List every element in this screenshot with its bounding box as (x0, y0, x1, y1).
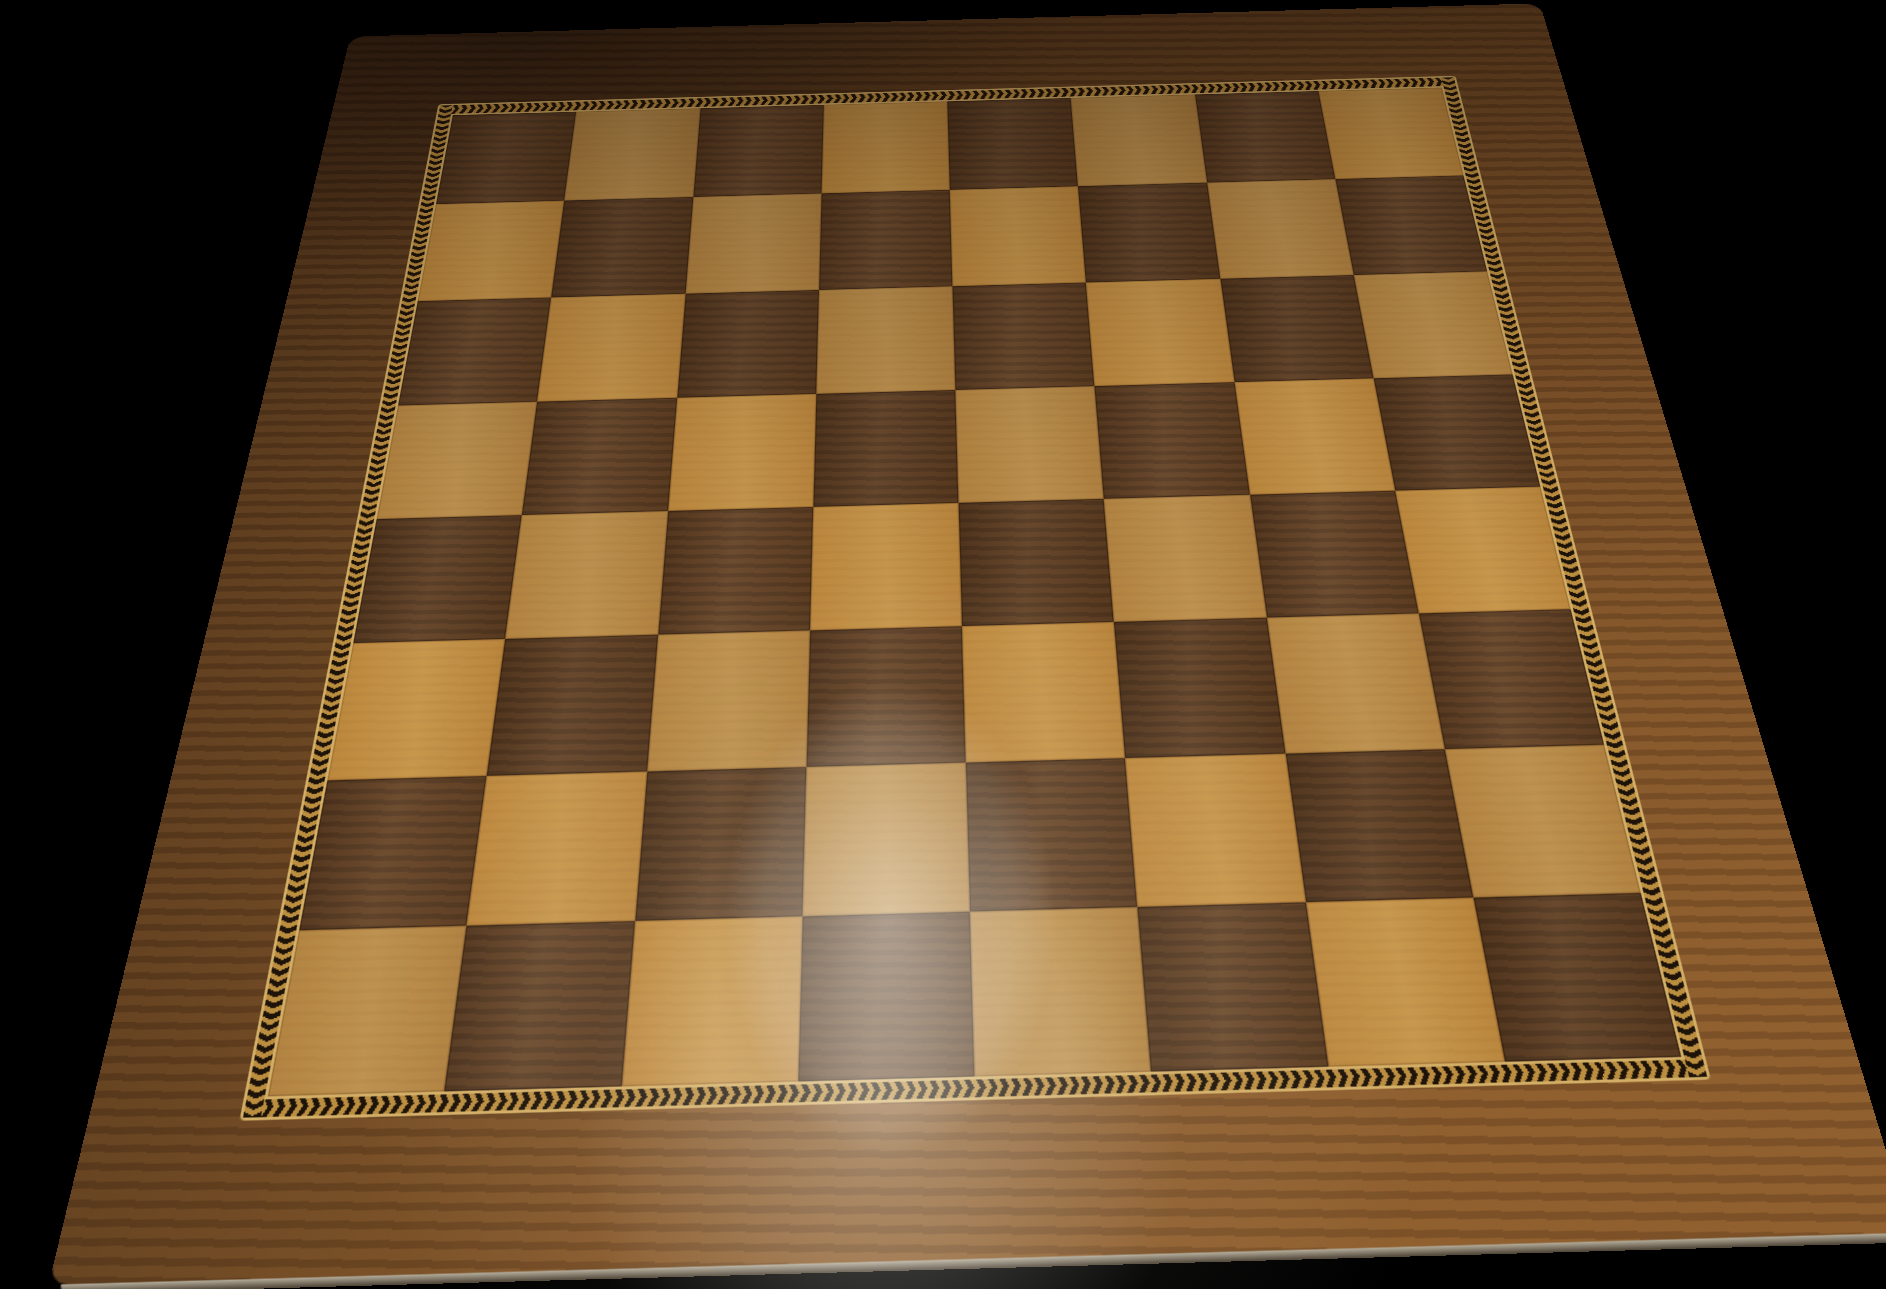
square-c4[interactable] (658, 507, 813, 635)
square-f2[interactable] (1125, 753, 1305, 907)
square-c2[interactable] (635, 766, 807, 920)
square-f1[interactable] (1138, 902, 1328, 1072)
square-e3[interactable] (962, 622, 1125, 762)
square-g4[interactable] (1249, 491, 1418, 618)
square-a6[interactable] (398, 297, 551, 405)
square-f4[interactable] (1104, 495, 1266, 622)
square-d2[interactable] (802, 762, 970, 916)
square-g8[interactable] (1195, 91, 1336, 183)
square-h8[interactable] (1318, 88, 1463, 180)
square-g2[interactable] (1285, 749, 1473, 902)
square-a8[interactable] (436, 112, 576, 205)
square-d6[interactable] (816, 286, 955, 394)
square-b7[interactable] (551, 197, 692, 297)
square-b2[interactable] (467, 771, 647, 925)
square-h7[interactable] (1335, 176, 1487, 275)
square-c5[interactable] (668, 394, 816, 511)
square-f7[interactable] (1078, 183, 1220, 282)
square-d7[interactable] (819, 190, 953, 290)
square-h4[interactable] (1395, 487, 1571, 614)
square-e2[interactable] (966, 757, 1138, 911)
square-h6[interactable] (1353, 271, 1512, 378)
square-b1[interactable] (444, 921, 634, 1092)
square-a3[interactable] (327, 639, 505, 780)
square-d4[interactable] (810, 503, 962, 631)
square-c6[interactable] (677, 290, 819, 398)
square-b4[interactable] (505, 511, 667, 639)
photo-background (0, 0, 1886, 1289)
square-c8[interactable] (693, 105, 824, 197)
square-f8[interactable] (1071, 94, 1207, 186)
square-d5[interactable] (813, 390, 958, 507)
square-e6[interactable] (952, 282, 1094, 390)
square-a4[interactable] (353, 515, 522, 643)
chessboard (49, 3, 1886, 1284)
square-e1[interactable] (970, 907, 1151, 1077)
square-g7[interactable] (1207, 179, 1354, 278)
square-e5[interactable] (955, 386, 1104, 503)
square-c7[interactable] (685, 194, 821, 294)
squares-grid (268, 88, 1682, 1097)
square-b8[interactable] (564, 108, 700, 200)
square-g1[interactable] (1305, 897, 1504, 1067)
square-a7[interactable] (418, 201, 565, 301)
square-b5[interactable] (522, 398, 677, 516)
square-f5[interactable] (1095, 382, 1250, 499)
square-c1[interactable] (621, 916, 802, 1087)
square-b6[interactable] (537, 293, 685, 401)
square-f3[interactable] (1114, 618, 1285, 758)
square-d1[interactable] (798, 911, 975, 1081)
square-f6[interactable] (1086, 278, 1234, 386)
square-e4[interactable] (958, 499, 1114, 627)
square-c3[interactable] (647, 631, 810, 771)
square-h5[interactable] (1373, 374, 1540, 490)
square-g5[interactable] (1234, 378, 1395, 495)
square-d3[interactable] (806, 626, 966, 766)
square-a2[interactable] (299, 775, 487, 930)
square-b3[interactable] (487, 635, 658, 775)
square-g3[interactable] (1266, 614, 1444, 753)
square-d8[interactable] (821, 101, 949, 193)
square-a5[interactable] (377, 401, 538, 519)
square-e8[interactable] (947, 98, 1078, 190)
square-a1[interactable] (268, 925, 467, 1096)
square-g6[interactable] (1220, 275, 1374, 382)
square-e7[interactable] (950, 186, 1086, 285)
